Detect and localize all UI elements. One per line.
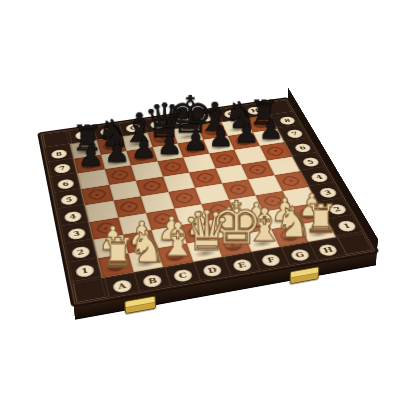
black-pawn-a7: ♟ (74, 154, 104, 173)
chess-board: AABBCCDDEEFFGGHH1122334455667788 ♜♞♝♛♚♝♞… (39, 98, 377, 306)
black-pawn-b7: ♟ (100, 151, 131, 170)
piece-glyph: ♟ (234, 119, 259, 147)
piece-glyph: ♟ (131, 134, 157, 163)
piece-glyph: ♟ (157, 130, 183, 159)
chess-set-photo: AABBCCDDEEFFGGHH1122334455667788 ♜♞♝♛♚♝♞… (0, 0, 400, 400)
piece-glyph: ♟ (78, 141, 104, 170)
piece-glyph: ♟ (208, 122, 234, 151)
black-pawn-c7: ♟ (126, 147, 157, 165)
brass-hinge (124, 296, 156, 315)
piece-glyph: ♟ (183, 126, 209, 155)
piece-glyph: ♜ (99, 233, 136, 274)
white-rook-a1: ♜ (98, 253, 133, 277)
brass-hinge (290, 266, 320, 284)
piece-glyph: ♟ (104, 137, 130, 166)
